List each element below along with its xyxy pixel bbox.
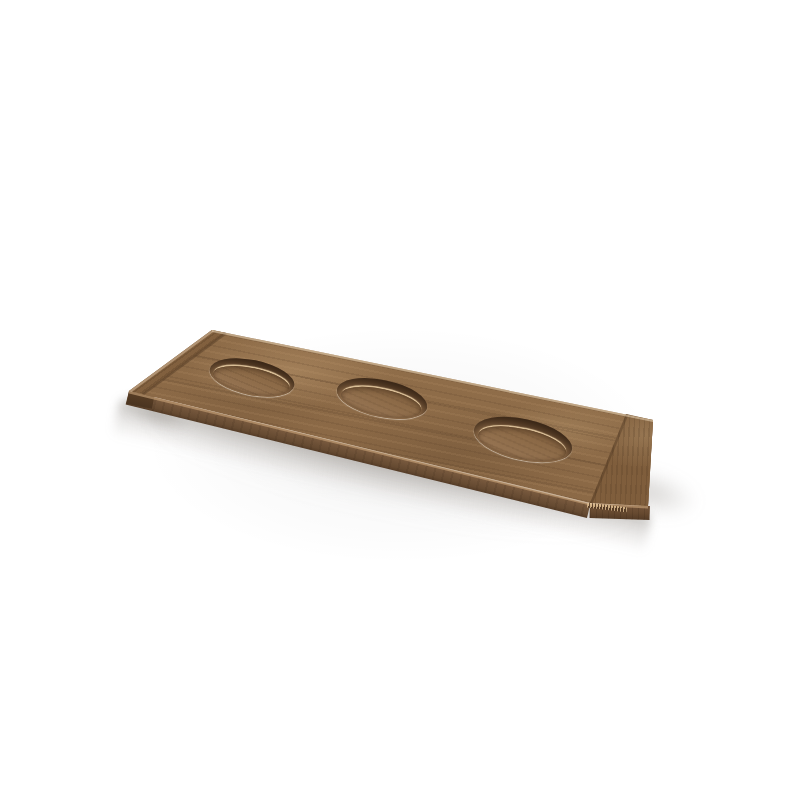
recess-floor [211, 361, 292, 402]
product-photo [0, 0, 800, 800]
recess-floor [475, 420, 569, 469]
recess-well [470, 409, 576, 470]
recess-well [206, 352, 297, 403]
wells-layer [0, 0, 800, 800]
recess-well [333, 371, 431, 426]
recess-floor [338, 381, 425, 425]
